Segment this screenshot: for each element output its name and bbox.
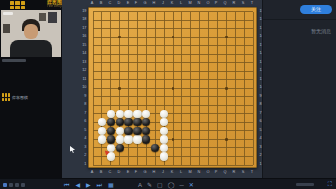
label-A-icon[interactable]: A — [138, 182, 142, 188]
black-stone-G5[interactable] — [142, 127, 150, 135]
coordinate-label: A — [91, 1, 94, 5]
hoshi-point — [225, 87, 228, 90]
coordinate-label: A — [91, 170, 94, 174]
grid-line — [199, 12, 200, 166]
play-icon[interactable]: ▶ — [86, 182, 91, 188]
coordinate-label: E — [126, 170, 129, 174]
streamer-body — [10, 40, 52, 57]
right-panel: 关注 暂无消息 — [262, 0, 336, 178]
coordinate-label: S — [242, 170, 245, 174]
goban-logo-icon — [2, 93, 10, 101]
step-forward-icon[interactable]: ⏭ — [97, 182, 102, 188]
coordinate-label: 4 — [80, 136, 87, 140]
white-stone-D5[interactable] — [116, 127, 124, 135]
black-stone-D6[interactable] — [116, 118, 124, 126]
coordinate-label: H — [153, 170, 156, 174]
grid-line — [217, 12, 218, 166]
coordinate-label: P — [215, 1, 218, 5]
coordinate-label: 17 — [80, 26, 87, 30]
coordinate-label: G — [144, 1, 147, 5]
coordinate-label: D — [117, 1, 120, 5]
hoshi-point — [225, 138, 228, 141]
clear-icon[interactable]: ✕ — [189, 182, 194, 188]
coordinate-label: P — [215, 170, 218, 174]
webcam-video[interactable] — [1, 10, 61, 57]
coordinate-label: O — [206, 1, 209, 5]
coordinate-label: 6 — [80, 119, 87, 123]
coordinate-label: 11 — [80, 77, 87, 81]
white-stone-B5[interactable] — [98, 127, 106, 135]
coordinate-label: 5 — [80, 128, 87, 132]
grid-line — [190, 12, 191, 166]
column-labels-bottom: ABCDEFGHJKLMNOPQRST — [92, 170, 252, 175]
coordinate-label: J — [162, 1, 164, 5]
go-board[interactable] — [88, 7, 257, 168]
app-mini-icon[interactable] — [15, 183, 19, 187]
coordinate-label: R — [233, 1, 236, 5]
coordinate-label: E — [126, 1, 129, 5]
black-stone-G6[interactable] — [142, 118, 150, 126]
white-stone-D4[interactable] — [116, 135, 124, 143]
grid-line — [93, 105, 253, 106]
column-labels-top: ABCDEFGHJKLMNOPQRST — [92, 1, 252, 6]
coordinate-label: 7 — [80, 111, 87, 115]
coordinate-label: 19 — [80, 9, 87, 13]
hoshi-point — [118, 36, 121, 39]
black-stone-F5[interactable] — [133, 127, 141, 135]
step-back-icon[interactable]: ◀ — [75, 182, 80, 188]
coordinate-label: 8 — [80, 102, 87, 106]
line-icon[interactable]: ─ — [179, 182, 183, 188]
pencil-icon[interactable]: ✎ — [147, 182, 152, 188]
white-stone-F4[interactable] — [133, 135, 141, 143]
coordinate-label: M — [188, 1, 191, 5]
coordinate-label: Q — [224, 1, 227, 5]
annotation-tool-group: A✎▢◯─✕ — [138, 179, 194, 189]
grid-line — [235, 12, 236, 166]
app-logo — [10, 1, 25, 10]
coordinate-label: G — [144, 170, 147, 174]
coordinate-label: O — [206, 170, 209, 174]
white-stone-E4[interactable] — [124, 135, 132, 143]
streamer-face — [24, 24, 38, 39]
coordinate-label: 13 — [80, 60, 87, 64]
grid-line — [244, 12, 245, 166]
white-stone-J6[interactable] — [160, 118, 168, 126]
app-mini-icon[interactable] — [9, 183, 13, 187]
coordinate-label: T — [251, 170, 253, 174]
grid-line — [93, 165, 253, 166]
black-stone-F6[interactable] — [133, 118, 141, 126]
bottom-toolbar: ⏮◀▶⏭▦ A✎▢◯─✕ ⛶ — [0, 178, 336, 189]
grid-line — [208, 12, 209, 166]
panel-status-text: 暂无消息 — [271, 28, 331, 34]
coordinate-label: B — [100, 1, 103, 5]
coordinate-label: 16 — [80, 34, 87, 38]
move-nav-group: ⏮◀▶⏭▦ — [64, 179, 114, 189]
white-stone-J2[interactable] — [160, 152, 168, 160]
coordinate-label: 14 — [80, 51, 87, 55]
board-grid-icon[interactable]: ▦ — [108, 182, 114, 188]
coordinate-label: L — [180, 1, 182, 5]
white-stone-J3[interactable] — [160, 144, 168, 152]
coordinate-label: S — [242, 1, 245, 5]
white-stone-B4[interactable] — [98, 135, 106, 143]
board-grid — [93, 12, 253, 166]
coordinate-label: 1 — [80, 162, 87, 166]
rewind-start-icon[interactable]: ⏮ — [64, 182, 69, 188]
app-window: 弈客围棋 弈客围棋 YIKE WEIQI ABCDEFGHJKLMNOPQRST… — [0, 0, 336, 189]
circle-icon[interactable]: ◯ — [168, 182, 175, 188]
white-stone-C7[interactable] — [107, 110, 115, 118]
white-stone-E7[interactable] — [124, 110, 132, 118]
coordinate-label: 10 — [80, 85, 87, 89]
coordinate-label: N — [197, 170, 200, 174]
follow-button[interactable]: 关注 — [300, 5, 332, 14]
row-labels-left: 19181716151413121110987654321 — [79, 11, 87, 165]
black-stone-E5[interactable] — [124, 127, 132, 135]
wall-poster — [48, 12, 57, 23]
hoshi-point — [172, 36, 175, 39]
white-stone-J7[interactable] — [160, 110, 168, 118]
black-stone-G4[interactable] — [142, 135, 150, 143]
white-stone-J5[interactable] — [160, 127, 168, 135]
grid-line — [253, 12, 254, 166]
grid-line — [93, 96, 253, 97]
sidebar-logo-label: 弈客围棋 — [12, 95, 28, 100]
black-stone-C4[interactable] — [107, 135, 115, 143]
expand-icon[interactable]: ⛶ — [328, 181, 332, 188]
app-mini-icon[interactable] — [3, 183, 7, 187]
black-stone-C6[interactable] — [107, 118, 115, 126]
wall-poster — [39, 13, 46, 21]
coordinate-label: 18 — [80, 17, 87, 21]
black-stone-H3[interactable] — [151, 144, 159, 152]
coordinate-label: F — [135, 170, 137, 174]
goban-logo-icon — [10, 1, 25, 9]
grid-line — [181, 12, 182, 166]
coordinate-label: 2 — [80, 154, 87, 158]
sidebar-logo: 弈客围棋 — [2, 93, 28, 101]
coordinate-label: K — [171, 170, 174, 174]
hoshi-point — [118, 87, 121, 90]
coordinate-label: K — [171, 1, 174, 5]
white-stone-G7[interactable] — [142, 110, 150, 118]
white-stone-F7[interactable] — [133, 110, 141, 118]
coordinate-label: H — [153, 1, 156, 5]
coordinate-label: 15 — [80, 43, 87, 47]
coordinate-label: C — [108, 170, 111, 174]
coordinate-label: M — [188, 170, 191, 174]
toolbar-counter — [296, 183, 314, 186]
white-stone-J4[interactable] — [160, 135, 168, 143]
mouse-cursor — [70, 146, 75, 153]
app-mini-icon[interactable] — [21, 183, 25, 187]
black-stone-D3[interactable] — [116, 144, 124, 152]
coordinate-label: B — [100, 170, 103, 174]
coordinate-label: F — [135, 1, 137, 5]
coordinate-label: 3 — [80, 145, 87, 149]
white-stone-B6[interactable] — [98, 118, 106, 126]
black-stone-C5[interactable] — [107, 127, 115, 135]
wall-poster — [3, 24, 10, 33]
coordinate-label: 9 — [80, 94, 87, 98]
taskbar-mini-icons — [3, 183, 25, 187]
grid-line — [93, 156, 253, 157]
coordinate-label: R — [233, 170, 236, 174]
hoshi-point — [172, 87, 175, 90]
webcam-caption — [2, 59, 26, 62]
right-panel-header: 关注 — [263, 0, 336, 20]
coordinate-label: N — [197, 1, 200, 5]
coordinate-label: C — [108, 1, 111, 5]
coordinate-label: Q — [224, 170, 227, 174]
coordinate-label: J — [162, 170, 164, 174]
coordinate-label: T — [251, 1, 253, 5]
coordinate-label: D — [117, 170, 120, 174]
white-stone-D7[interactable] — [116, 110, 124, 118]
coordinate-label: 12 — [80, 68, 87, 72]
board-area: ABCDEFGHJKLMNOPQRST ABCDEFGHJKLMNOPQRST … — [62, 0, 262, 178]
coordinate-label: L — [180, 170, 182, 174]
webcam-watermark — [3, 12, 13, 15]
black-stone-E6[interactable] — [124, 118, 132, 126]
white-stone-C3[interactable] — [107, 144, 115, 152]
left-sidebar: 弈客围棋 — [0, 0, 62, 178]
square-icon[interactable]: ▢ — [157, 182, 163, 188]
hoshi-point — [225, 36, 228, 39]
